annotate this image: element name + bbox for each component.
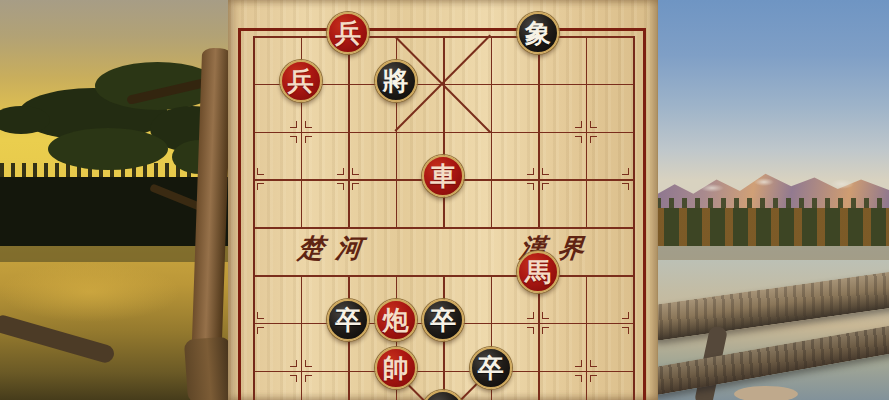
piece-red-soldier[interactable]: 兵	[280, 60, 322, 102]
piece-red-chariot[interactable]: 車	[422, 155, 464, 197]
piece-black-soldier[interactable]: 卒	[470, 347, 512, 389]
background-photo-right	[656, 0, 889, 400]
piece-black-soldier[interactable]: 卒	[327, 299, 369, 341]
piece-red-horse[interactable]: 馬	[517, 251, 559, 293]
piece-red-cannon[interactable]: 炮	[375, 299, 417, 341]
piece-black-general[interactable]: 將	[375, 60, 417, 102]
piece-black-unknown-partially-visible[interactable]	[422, 390, 464, 400]
piece-red-soldier[interactable]: 兵	[327, 12, 369, 54]
background-photo-left	[0, 0, 232, 400]
shore-reflection	[656, 246, 889, 260]
screenshot: 楚河 漢界 兵象兵將車馬卒炮卒帥卒	[0, 0, 889, 400]
shore-sand	[734, 386, 798, 400]
tree-trunk-base	[184, 336, 232, 400]
piece-red-general[interactable]: 帥	[375, 347, 417, 389]
tree-foliage	[48, 128, 168, 170]
pieces-layer: 兵象兵將車馬卒炮卒帥卒	[228, 0, 658, 400]
xiangqi-board[interactable]: 楚河 漢界 兵象兵將車馬卒炮卒帥卒	[228, 0, 658, 400]
piece-black-soldier[interactable]: 卒	[422, 299, 464, 341]
forest-band	[656, 208, 889, 246]
mountain-snow	[656, 170, 889, 200]
piece-black-elephant[interactable]: 象	[517, 12, 559, 54]
